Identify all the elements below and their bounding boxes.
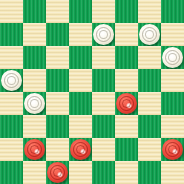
square-f7 xyxy=(115,23,138,46)
square-h7 xyxy=(161,23,184,46)
square-e6 xyxy=(92,46,115,69)
square-d1 xyxy=(69,161,92,184)
red-checker[interactable] xyxy=(24,139,45,160)
square-b2[interactable] xyxy=(23,138,46,161)
square-g4 xyxy=(138,92,161,115)
square-a5[interactable] xyxy=(0,69,23,92)
red-checker[interactable] xyxy=(70,139,91,160)
square-d4[interactable] xyxy=(69,92,92,115)
square-d7 xyxy=(69,23,92,46)
square-e5[interactable] xyxy=(92,69,115,92)
square-a4 xyxy=(0,92,23,115)
square-b5 xyxy=(23,69,46,92)
square-f8[interactable] xyxy=(115,0,138,23)
square-h8[interactable] xyxy=(161,0,184,23)
square-h2[interactable] xyxy=(161,138,184,161)
square-g3[interactable] xyxy=(138,115,161,138)
square-c8 xyxy=(46,0,69,23)
red-checker[interactable] xyxy=(162,139,183,160)
square-c6 xyxy=(46,46,69,69)
square-a7[interactable] xyxy=(0,23,23,46)
square-d8[interactable] xyxy=(69,0,92,23)
square-d5 xyxy=(69,69,92,92)
square-b8[interactable] xyxy=(23,0,46,23)
square-a3[interactable] xyxy=(0,115,23,138)
white-checker[interactable] xyxy=(162,47,183,68)
square-h6[interactable] xyxy=(161,46,184,69)
square-d2[interactable] xyxy=(69,138,92,161)
square-f5 xyxy=(115,69,138,92)
square-g6 xyxy=(138,46,161,69)
square-e3[interactable] xyxy=(92,115,115,138)
square-c2 xyxy=(46,138,69,161)
square-g1[interactable] xyxy=(138,161,161,184)
square-b1 xyxy=(23,161,46,184)
white-checker[interactable] xyxy=(93,24,114,45)
square-e4 xyxy=(92,92,115,115)
square-f1 xyxy=(115,161,138,184)
square-d6[interactable] xyxy=(69,46,92,69)
square-g5[interactable] xyxy=(138,69,161,92)
white-checker[interactable] xyxy=(1,70,22,91)
white-checker[interactable] xyxy=(139,24,160,45)
square-c7[interactable] xyxy=(46,23,69,46)
square-b4[interactable] xyxy=(23,92,46,115)
square-h3 xyxy=(161,115,184,138)
square-c5[interactable] xyxy=(46,69,69,92)
square-a1[interactable] xyxy=(0,161,23,184)
square-e2 xyxy=(92,138,115,161)
square-g7[interactable] xyxy=(138,23,161,46)
square-e1[interactable] xyxy=(92,161,115,184)
red-checker[interactable] xyxy=(47,162,68,183)
square-f3 xyxy=(115,115,138,138)
square-g8 xyxy=(138,0,161,23)
square-h4[interactable] xyxy=(161,92,184,115)
square-f2[interactable] xyxy=(115,138,138,161)
checkers-board xyxy=(0,0,184,184)
square-e7[interactable] xyxy=(92,23,115,46)
square-b7 xyxy=(23,23,46,46)
square-b3 xyxy=(23,115,46,138)
red-checker[interactable] xyxy=(116,93,137,114)
square-h5 xyxy=(161,69,184,92)
square-a2 xyxy=(0,138,23,161)
square-d3 xyxy=(69,115,92,138)
square-a6 xyxy=(0,46,23,69)
square-c4 xyxy=(46,92,69,115)
square-b6[interactable] xyxy=(23,46,46,69)
square-c1[interactable] xyxy=(46,161,69,184)
square-a8 xyxy=(0,0,23,23)
square-f6[interactable] xyxy=(115,46,138,69)
white-checker[interactable] xyxy=(24,93,45,114)
square-f4[interactable] xyxy=(115,92,138,115)
square-g2 xyxy=(138,138,161,161)
square-e8 xyxy=(92,0,115,23)
square-c3[interactable] xyxy=(46,115,69,138)
square-h1 xyxy=(161,161,184,184)
